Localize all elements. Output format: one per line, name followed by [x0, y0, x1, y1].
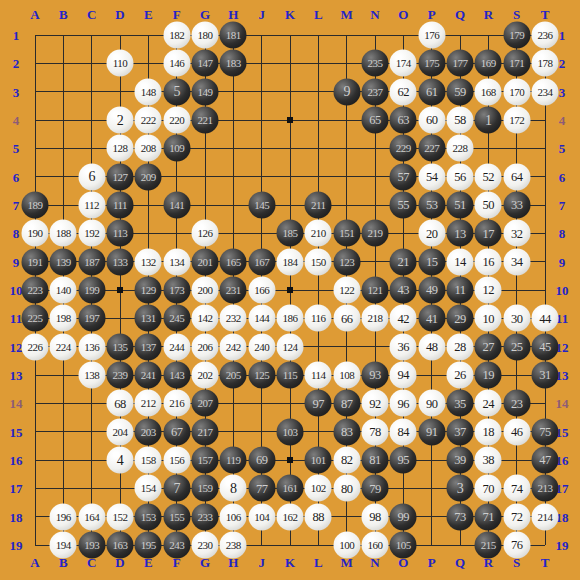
move-number: 175 — [424, 58, 439, 69]
stone-black-27-R12: 27 — [475, 333, 502, 360]
stone-white-88-L18: 88 — [305, 503, 332, 530]
move-number: 71 — [483, 510, 495, 523]
stone-black-97-L14: 97 — [305, 390, 332, 417]
move-number: 227 — [424, 143, 439, 154]
move-number: 65 — [369, 114, 381, 127]
stone-white-226-A12: 226 — [22, 333, 49, 360]
move-number: 242 — [226, 341, 241, 352]
stone-black-213-T17: 213 — [532, 475, 559, 502]
move-number: 90 — [426, 397, 438, 410]
column-label-bottom-A: A — [30, 556, 39, 569]
move-number: 81 — [369, 454, 381, 467]
stone-black-73-Q18: 73 — [447, 503, 474, 530]
stone-white-166-J10: 166 — [248, 277, 275, 304]
move-number: 185 — [283, 228, 298, 239]
stone-white-52-R6: 52 — [475, 163, 502, 190]
row-label-left-11: 11 — [10, 312, 22, 325]
move-number: 160 — [368, 540, 383, 551]
move-number: 78 — [369, 425, 381, 438]
stone-white-154-E17: 154 — [135, 475, 162, 502]
move-number: 49 — [426, 284, 438, 297]
stone-white-32-S8: 32 — [503, 220, 530, 247]
stone-white-138-C13: 138 — [78, 362, 105, 389]
stone-black-149-G3: 149 — [192, 78, 219, 105]
stone-black-207-G14: 207 — [192, 390, 219, 417]
move-number: 35 — [454, 397, 466, 410]
column-label-bottom-P: P — [428, 556, 436, 569]
move-number: 64 — [511, 170, 523, 183]
move-number: 94 — [398, 369, 410, 382]
move-number: 100 — [339, 540, 354, 551]
move-number: 161 — [283, 483, 298, 494]
move-number: 38 — [483, 454, 495, 467]
move-number: 213 — [538, 483, 553, 494]
stone-white-230-G19: 230 — [192, 532, 219, 559]
move-number: 2 — [117, 113, 124, 127]
move-number: 4 — [117, 453, 124, 467]
stone-white-202-G13: 202 — [192, 362, 219, 389]
stone-white-160-N19: 160 — [362, 532, 389, 559]
move-number: 208 — [141, 143, 156, 154]
move-number: 12 — [483, 284, 495, 297]
move-number: 61 — [426, 85, 438, 98]
move-number: 76 — [511, 539, 523, 552]
stone-white-96-O14: 96 — [390, 390, 417, 417]
column-label-bottom-Q: Q — [455, 556, 465, 569]
move-number: 24 — [483, 397, 495, 410]
move-number: 10 — [483, 312, 495, 325]
stone-white-198-B11: 198 — [50, 305, 77, 332]
move-number: 198 — [56, 313, 71, 324]
stone-white-90-P14: 90 — [418, 390, 445, 417]
column-label-bottom-K: K — [285, 556, 295, 569]
stone-black-239-D13: 239 — [107, 362, 134, 389]
stone-white-204-D15: 204 — [107, 418, 134, 445]
stone-black-9-M3: 9 — [333, 78, 360, 105]
stone-black-1-R4: 1 — [475, 107, 502, 134]
stone-white-174-O2: 174 — [390, 50, 417, 77]
stone-black-203-E15: 203 — [135, 418, 162, 445]
move-number: 131 — [141, 313, 156, 324]
column-label-top-Q: Q — [455, 8, 465, 21]
stone-black-173-F10: 173 — [163, 277, 190, 304]
move-number: 173 — [169, 285, 184, 296]
stone-black-119-H16: 119 — [220, 447, 247, 474]
stone-white-60-P4: 60 — [418, 107, 445, 134]
move-number: 122 — [339, 285, 354, 296]
move-number: 20 — [426, 227, 438, 240]
move-number: 156 — [169, 455, 184, 466]
move-number: 212 — [141, 398, 156, 409]
move-number: 216 — [169, 398, 184, 409]
stone-black-35-Q14: 35 — [447, 390, 474, 417]
stone-black-205-H13: 205 — [220, 362, 247, 389]
stone-white-42-O11: 42 — [390, 305, 417, 332]
move-number: 238 — [226, 540, 241, 551]
stone-white-218-N11: 218 — [362, 305, 389, 332]
stone-white-212-E14: 212 — [135, 390, 162, 417]
move-number: 125 — [254, 370, 269, 381]
column-label-top-H: H — [228, 8, 238, 21]
stone-white-8-H17: 8 — [220, 475, 247, 502]
stone-white-50-R7: 50 — [475, 192, 502, 219]
stone-white-70-R17: 70 — [475, 475, 502, 502]
move-number: 236 — [538, 30, 553, 41]
stone-black-21-O9: 21 — [390, 248, 417, 275]
move-number: 59 — [454, 85, 466, 98]
stone-black-229-O5: 229 — [390, 135, 417, 162]
stone-black-237-N3: 237 — [362, 78, 389, 105]
move-number: 206 — [198, 341, 213, 352]
stone-black-125-J13: 125 — [248, 362, 275, 389]
move-number: 105 — [396, 540, 411, 551]
move-number: 233 — [198, 511, 213, 522]
move-number: 190 — [28, 228, 43, 239]
row-label-right-7: 7 — [559, 199, 566, 212]
stone-white-10-R11: 10 — [475, 305, 502, 332]
stone-white-200-G10: 200 — [192, 277, 219, 304]
move-number: 34 — [511, 255, 523, 268]
stone-black-167-J9: 167 — [248, 248, 275, 275]
move-number: 96 — [398, 397, 410, 410]
stone-white-210-L8: 210 — [305, 220, 332, 247]
move-number: 84 — [398, 425, 410, 438]
stone-black-245-F11: 245 — [163, 305, 190, 332]
stone-white-66-M11: 66 — [333, 305, 360, 332]
stone-white-80-M17: 80 — [333, 475, 360, 502]
column-label-top-A: A — [30, 8, 39, 21]
move-number: 5 — [173, 85, 180, 99]
move-number: 30 — [511, 312, 523, 325]
stone-black-217-G15: 217 — [192, 418, 219, 445]
move-number: 225 — [28, 313, 43, 324]
move-number: 92 — [369, 397, 381, 410]
stone-black-147-G2: 147 — [192, 50, 219, 77]
stone-white-20-P8: 20 — [418, 220, 445, 247]
column-label-bottom-L: L — [314, 556, 323, 569]
stone-black-109-F5: 109 — [163, 135, 190, 162]
stone-black-99-O18: 99 — [390, 503, 417, 530]
stone-black-231-H10: 231 — [220, 277, 247, 304]
move-number: 116 — [311, 313, 326, 324]
stone-black-63-O4: 63 — [390, 107, 417, 134]
row-label-right-3: 3 — [559, 85, 566, 98]
move-number: 110 — [113, 58, 128, 69]
stone-white-74-S17: 74 — [503, 475, 530, 502]
stone-white-98-N18: 98 — [362, 503, 389, 530]
row-label-left-4: 4 — [13, 114, 20, 127]
stone-white-224-B12: 224 — [50, 333, 77, 360]
stone-black-189-A7: 189 — [22, 192, 49, 219]
stone-black-103-K15: 103 — [277, 418, 304, 445]
move-number: 102 — [311, 483, 326, 494]
move-number: 134 — [169, 256, 184, 267]
move-number: 119 — [226, 455, 241, 466]
move-number: 194 — [56, 540, 71, 551]
stone-black-55-O7: 55 — [390, 192, 417, 219]
stone-white-188-B8: 188 — [50, 220, 77, 247]
move-number: 231 — [226, 285, 241, 296]
stone-white-18-R15: 18 — [475, 418, 502, 445]
stone-black-145-J7: 145 — [248, 192, 275, 219]
stone-black-227-P5: 227 — [418, 135, 445, 162]
column-label-top-N: N — [370, 8, 379, 21]
move-number: 234 — [538, 86, 553, 97]
move-number: 66 — [341, 312, 353, 325]
move-number: 215 — [481, 540, 496, 551]
move-number: 217 — [198, 426, 213, 437]
stone-white-122-M10: 122 — [333, 277, 360, 304]
stone-black-39-Q16: 39 — [447, 447, 474, 474]
move-number: 83 — [341, 425, 353, 438]
stone-black-211-L7: 211 — [305, 192, 332, 219]
stone-white-220-F4: 220 — [163, 107, 190, 134]
stone-white-162-K18: 162 — [277, 503, 304, 530]
stone-black-37-Q15: 37 — [447, 418, 474, 445]
move-number: 74 — [511, 482, 523, 495]
move-number: 17 — [483, 227, 495, 240]
move-number: 9 — [343, 85, 350, 99]
move-number: 36 — [398, 340, 410, 353]
stone-black-105-O19: 105 — [390, 532, 417, 559]
move-number: 26 — [454, 369, 466, 382]
stone-white-64-S6: 64 — [503, 163, 530, 190]
stone-black-49-P10: 49 — [418, 277, 445, 304]
stone-white-136-C12: 136 — [78, 333, 105, 360]
stone-black-187-C9: 187 — [78, 248, 105, 275]
stone-black-201-G9: 201 — [192, 248, 219, 275]
move-number: 172 — [509, 115, 524, 126]
stone-white-148-E3: 148 — [135, 78, 162, 105]
move-number: 140 — [56, 285, 71, 296]
stone-black-41-P11: 41 — [418, 305, 445, 332]
stone-black-131-E11: 131 — [135, 305, 162, 332]
move-number: 244 — [169, 341, 184, 352]
stone-black-113-D8: 113 — [107, 220, 134, 247]
stone-white-104-J18: 104 — [248, 503, 275, 530]
move-number: 181 — [226, 30, 241, 41]
stone-white-234-T3: 234 — [532, 78, 559, 105]
move-number: 127 — [113, 171, 128, 182]
move-number: 53 — [426, 199, 438, 212]
move-number: 170 — [509, 86, 524, 97]
stone-black-57-O6: 57 — [390, 163, 417, 190]
stone-black-225-A11: 225 — [22, 305, 49, 332]
move-number: 162 — [283, 511, 298, 522]
move-number: 41 — [426, 312, 438, 325]
stone-white-26-Q13: 26 — [447, 362, 474, 389]
stone-black-215-R19: 215 — [475, 532, 502, 559]
stone-white-114-L13: 114 — [305, 362, 332, 389]
move-number: 16 — [483, 255, 495, 268]
stone-white-126-G8: 126 — [192, 220, 219, 247]
move-number: 218 — [368, 313, 383, 324]
stone-black-69-J16: 69 — [248, 447, 275, 474]
stone-white-4-D16: 4 — [107, 447, 134, 474]
column-label-top-G: G — [200, 8, 210, 21]
column-label-top-C: C — [87, 8, 96, 21]
move-number: 150 — [311, 256, 326, 267]
move-number: 204 — [113, 426, 128, 437]
stone-black-13-Q8: 13 — [447, 220, 474, 247]
move-number: 167 — [254, 256, 269, 267]
stone-white-182-F1: 182 — [163, 22, 190, 49]
move-number: 137 — [141, 341, 156, 352]
move-number: 189 — [28, 200, 43, 211]
stone-white-216-F14: 216 — [163, 390, 190, 417]
stone-white-48-P12: 48 — [418, 333, 445, 360]
stone-white-186-K11: 186 — [277, 305, 304, 332]
move-number: 47 — [539, 454, 551, 467]
stone-white-54-P6: 54 — [418, 163, 445, 190]
move-number: 45 — [539, 340, 551, 353]
column-label-top-R: R — [484, 8, 493, 21]
move-number: 15 — [426, 255, 438, 268]
column-label-top-J: J — [258, 8, 265, 21]
row-label-right-14: 14 — [556, 397, 569, 410]
move-number: 7 — [173, 481, 180, 495]
stone-black-195-E19: 195 — [135, 532, 162, 559]
row-label-right-8: 8 — [559, 227, 566, 240]
stone-white-144-J11: 144 — [248, 305, 275, 332]
stone-white-12-R10: 12 — [475, 277, 502, 304]
stone-black-77-J17: 77 — [248, 475, 275, 502]
move-number: 148 — [141, 86, 156, 97]
stone-black-53-P7: 53 — [418, 192, 445, 219]
move-number: 72 — [511, 510, 523, 523]
move-number: 63 — [398, 114, 410, 127]
stone-black-29-Q11: 29 — [447, 305, 474, 332]
move-number: 124 — [283, 341, 298, 352]
move-number: 228 — [453, 143, 468, 154]
stone-white-94-O13: 94 — [390, 362, 417, 389]
stone-white-84-O15: 84 — [390, 418, 417, 445]
move-number: 199 — [84, 285, 99, 296]
move-number: 11 — [454, 284, 465, 297]
move-number: 163 — [113, 540, 128, 551]
move-number: 32 — [511, 227, 523, 240]
stone-black-135-D12: 135 — [107, 333, 134, 360]
move-number: 33 — [511, 199, 523, 212]
move-number: 147 — [198, 58, 213, 69]
column-label-bottom-J: J — [258, 556, 265, 569]
move-number: 103 — [283, 426, 298, 437]
move-number: 67 — [171, 425, 183, 438]
stone-black-51-Q7: 51 — [447, 192, 474, 219]
stone-black-197-C11: 197 — [78, 305, 105, 332]
move-number: 142 — [198, 313, 213, 324]
move-number: 158 — [141, 455, 156, 466]
stone-white-36-O12: 36 — [390, 333, 417, 360]
stone-black-95-O16: 95 — [390, 447, 417, 474]
move-number: 229 — [396, 143, 411, 154]
move-number: 187 — [84, 256, 99, 267]
move-number: 121 — [368, 285, 383, 296]
stone-black-67-F15: 67 — [163, 418, 190, 445]
move-number: 97 — [313, 397, 325, 410]
column-label-top-K: K — [285, 8, 295, 21]
stone-black-23-S14: 23 — [503, 390, 530, 417]
stone-black-127-D6: 127 — [107, 163, 134, 190]
move-number: 27 — [483, 340, 495, 353]
move-number: 136 — [84, 341, 99, 352]
move-number: 101 — [311, 455, 326, 466]
move-number: 200 — [198, 285, 213, 296]
stone-white-158-E16: 158 — [135, 447, 162, 474]
stone-white-112-C7: 112 — [78, 192, 105, 219]
stone-white-140-B10: 140 — [50, 277, 77, 304]
stone-black-111-D7: 111 — [107, 192, 134, 219]
stone-black-11-Q10: 11 — [447, 277, 474, 304]
row-label-left-15: 15 — [10, 425, 23, 438]
move-number: 164 — [84, 511, 99, 522]
stone-white-16-R9: 16 — [475, 248, 502, 275]
move-number: 19 — [483, 369, 495, 382]
move-number: 91 — [426, 425, 438, 438]
stone-white-222-E4: 222 — [135, 107, 162, 134]
stone-white-228-Q5: 228 — [447, 135, 474, 162]
move-number: 77 — [256, 482, 268, 495]
move-number: 166 — [254, 285, 269, 296]
stone-white-38-R16: 38 — [475, 447, 502, 474]
move-number: 243 — [169, 540, 184, 551]
move-number: 143 — [169, 370, 184, 381]
row-label-left-7: 7 — [13, 199, 20, 212]
stone-black-65-N4: 65 — [362, 107, 389, 134]
move-number: 6 — [88, 170, 95, 184]
row-label-left-3: 3 — [13, 85, 20, 98]
stone-white-30-S11: 30 — [503, 305, 530, 332]
stone-white-76-S19: 76 — [503, 532, 530, 559]
stone-black-221-G4: 221 — [192, 107, 219, 134]
move-number: 70 — [483, 482, 495, 495]
stone-black-223-A10: 223 — [22, 277, 49, 304]
stone-black-235-N2: 235 — [362, 50, 389, 77]
stone-white-152-D18: 152 — [107, 503, 134, 530]
stone-black-193-C19: 193 — [78, 532, 105, 559]
move-number: 43 — [398, 284, 410, 297]
move-number: 144 — [254, 313, 269, 324]
stone-white-82-M16: 82 — [333, 447, 360, 474]
stone-white-132-E9: 132 — [135, 248, 162, 275]
move-number: 99 — [398, 510, 410, 523]
move-number: 165 — [226, 256, 241, 267]
move-number: 54 — [426, 170, 438, 183]
stone-white-238-H19: 238 — [220, 532, 247, 559]
stone-white-172-S4: 172 — [503, 107, 530, 134]
move-number: 88 — [313, 510, 325, 523]
column-label-top-L: L — [314, 8, 323, 21]
move-number: 73 — [454, 510, 466, 523]
move-number: 39 — [454, 454, 466, 467]
stone-black-243-F19: 243 — [163, 532, 190, 559]
move-number: 75 — [539, 425, 551, 438]
row-label-left-5: 5 — [13, 142, 20, 155]
stone-white-176-P1: 176 — [418, 22, 445, 49]
row-label-right-5: 5 — [559, 142, 566, 155]
move-number: 98 — [369, 510, 381, 523]
stone-black-163-D19: 163 — [107, 532, 134, 559]
row-label-right-9: 9 — [559, 255, 566, 268]
stone-white-62-O3: 62 — [390, 78, 417, 105]
column-label-bottom-T: T — [541, 556, 550, 569]
move-number: 211 — [311, 200, 326, 211]
stone-black-101-L16: 101 — [305, 447, 332, 474]
stone-white-168-R3: 168 — [475, 78, 502, 105]
move-number: 220 — [169, 115, 184, 126]
move-number: 171 — [509, 58, 524, 69]
move-number: 115 — [283, 370, 298, 381]
